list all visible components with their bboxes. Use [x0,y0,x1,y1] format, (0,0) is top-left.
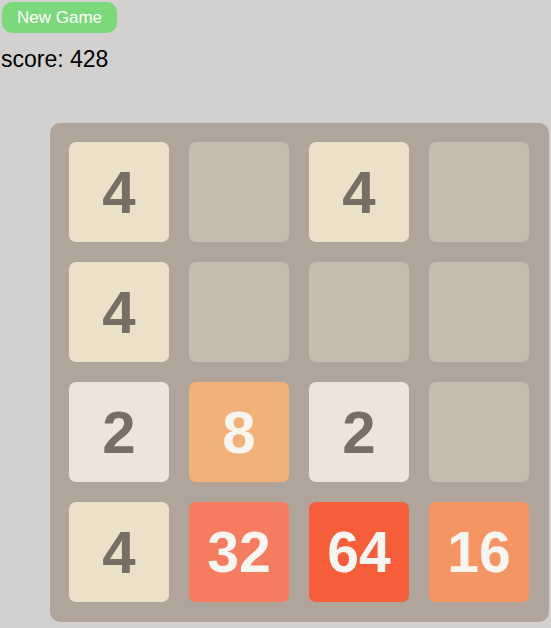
score-text: score: 428 [1,46,108,73]
tile-4: 4 [69,262,169,362]
empty-cell [309,262,409,362]
tile-2: 2 [69,382,169,482]
game-board[interactable]: 4442824326416 [50,123,549,622]
tile-32: 32 [189,502,289,602]
empty-cell [189,262,289,362]
tile-8: 8 [189,382,289,482]
empty-cell [429,262,529,362]
tile-4: 4 [69,502,169,602]
new-game-button[interactable]: New Game [2,2,117,33]
tile-64: 64 [309,502,409,602]
board-grid: 4442824326416 [50,123,549,621]
empty-cell [189,142,289,242]
empty-cell [429,142,529,242]
tile-2: 2 [309,382,409,482]
tile-16: 16 [429,502,529,602]
empty-cell [429,382,529,482]
tile-4: 4 [309,142,409,242]
tile-4: 4 [69,142,169,242]
